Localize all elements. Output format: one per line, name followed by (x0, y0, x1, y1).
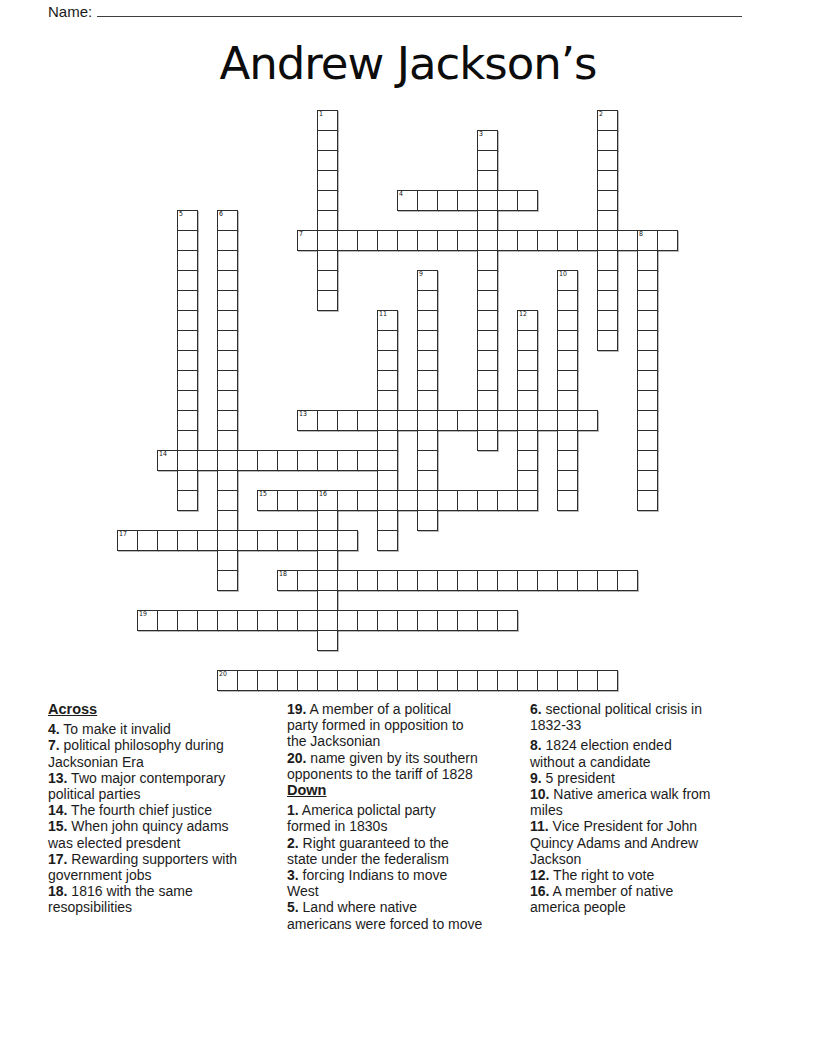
grid-cell[interactable] (477, 190, 498, 211)
grid-cell[interactable] (197, 530, 218, 551)
grid-cell[interactable] (377, 570, 398, 591)
cell-number: 12 (519, 311, 527, 317)
clue-19-across: 19. A member of a politicalparty formed … (287, 701, 529, 750)
grid-cell[interactable] (317, 550, 338, 571)
grid-cell[interactable] (297, 490, 318, 511)
grid-cell[interactable] (517, 410, 538, 431)
grid-cell[interactable] (417, 310, 438, 331)
grid-cell[interactable] (637, 470, 658, 491)
grid-cell[interactable] (337, 410, 358, 431)
grid-cell[interactable] (477, 270, 498, 291)
grid-cell[interactable] (617, 230, 638, 251)
grid-cell[interactable]: 11 (377, 310, 398, 331)
grid-cell[interactable] (477, 430, 498, 451)
grid-cell[interactable] (417, 410, 438, 431)
grid-cell[interactable] (377, 350, 398, 371)
grid-cell[interactable] (517, 450, 538, 471)
grid-cell[interactable] (477, 330, 498, 351)
grid-cell[interactable] (517, 350, 538, 371)
grid-cell[interactable] (217, 570, 238, 591)
cell-number: 4 (399, 191, 403, 197)
grid-cell[interactable] (157, 610, 178, 631)
grid-cell[interactable] (457, 570, 478, 591)
grid-cell[interactable] (357, 670, 378, 691)
grid-cell[interactable] (317, 130, 338, 151)
grid-cell[interactable] (217, 370, 238, 391)
grid-cell[interactable] (557, 450, 578, 471)
grid-cell[interactable] (337, 670, 358, 691)
grid-cell[interactable]: 19 (137, 610, 158, 631)
grid-cell[interactable] (417, 470, 438, 491)
grid-cell[interactable]: 10 (557, 270, 578, 291)
grid-cell[interactable] (177, 390, 198, 411)
grid-cell[interactable] (317, 210, 338, 231)
grid-cell[interactable] (317, 410, 338, 431)
grid-cell[interactable]: 7 (297, 230, 318, 251)
clue-5-down: 5. Land where nativeamericans were force… (287, 899, 529, 931)
clue-10-down: 10. Native america walk frommiles (530, 786, 772, 818)
clue-7-across: 7. political philosophy duringJacksonian… (48, 737, 286, 769)
grid-cell[interactable] (437, 190, 458, 211)
grid-cell[interactable] (577, 410, 598, 431)
grid-cell[interactable] (477, 610, 498, 631)
grid-cell[interactable] (317, 230, 338, 251)
grid-cell[interactable]: 13 (297, 410, 318, 431)
grid-cell[interactable] (277, 610, 298, 631)
clue-6-down: 6. sectional political crisis in1832-33 (530, 701, 772, 733)
grid-cell[interactable] (457, 670, 478, 691)
grid-cell[interactable] (237, 670, 258, 691)
grid-cell[interactable] (417, 230, 438, 251)
grid-cell[interactable] (317, 290, 338, 311)
grid-cell[interactable] (517, 490, 538, 511)
grid-cell[interactable] (477, 390, 498, 411)
page-title: Andrew Jackson’s (0, 36, 816, 92)
grid-cell[interactable]: 12 (517, 310, 538, 331)
grid-cell[interactable] (397, 670, 418, 691)
grid-cell[interactable] (517, 190, 538, 211)
grid-cell[interactable] (337, 570, 358, 591)
grid-cell[interactable] (497, 230, 518, 251)
grid-cell[interactable] (317, 270, 338, 291)
grid-cell[interactable] (497, 610, 518, 631)
grid-cell[interactable] (377, 450, 398, 471)
grid-cell[interactable] (637, 270, 658, 291)
grid-cell[interactable] (637, 410, 658, 431)
grid-cell[interactable] (557, 390, 578, 411)
grid-cell[interactable] (457, 490, 478, 511)
clue-13-across: 13. Two major contemporarypolitical part… (48, 770, 286, 802)
grid-cell[interactable] (297, 670, 318, 691)
grid-cell[interactable] (377, 610, 398, 631)
cell-number: 2 (599, 111, 603, 117)
grid-cell[interactable] (217, 450, 238, 471)
grid-cell[interactable] (317, 190, 338, 211)
grid-cell[interactable]: 15 (257, 490, 278, 511)
grid-cell[interactable] (177, 310, 198, 331)
grid-cell[interactable] (297, 530, 318, 551)
grid-cell[interactable] (357, 230, 378, 251)
grid-cell[interactable] (377, 490, 398, 511)
cell-number: 13 (299, 411, 307, 417)
clue-18-across: 18. 1816 with the sameresopsibilities (48, 883, 286, 915)
grid-cell[interactable] (177, 490, 198, 511)
grid-cell[interactable] (457, 230, 478, 251)
down-heading: Down (287, 782, 529, 798)
grid-cell[interactable] (397, 230, 418, 251)
grid-cell[interactable] (237, 530, 258, 551)
grid-cell[interactable] (557, 350, 578, 371)
grid-cell[interactable] (417, 610, 438, 631)
grid-cell[interactable] (537, 570, 558, 591)
grid-cell[interactable] (637, 290, 658, 311)
grid-cell[interactable]: 1 (317, 110, 338, 131)
grid-cell[interactable] (257, 670, 278, 691)
grid-cell[interactable] (597, 310, 618, 331)
grid-cell[interactable] (557, 310, 578, 331)
grid-cell[interactable]: 2 (597, 110, 618, 131)
grid-cell[interactable] (317, 630, 338, 651)
grid-cell[interactable] (637, 390, 658, 411)
grid-cell[interactable] (497, 190, 518, 211)
grid-cell[interactable] (537, 410, 558, 431)
grid-cell[interactable] (377, 230, 398, 251)
grid-cell[interactable] (177, 410, 198, 431)
grid-cell[interactable] (597, 230, 618, 251)
grid-cell[interactable] (217, 430, 238, 451)
clue-column-3: 6. sectional political crisis in1832-338… (530, 701, 772, 916)
grid-cell[interactable] (577, 670, 598, 691)
grid-cell[interactable] (477, 370, 498, 391)
grid-cell[interactable] (237, 450, 258, 471)
grid-cell[interactable] (217, 610, 238, 631)
grid-cell[interactable] (637, 310, 658, 331)
grid-cell[interactable] (317, 570, 338, 591)
grid-cell[interactable] (557, 230, 578, 251)
grid-cell[interactable] (597, 270, 618, 291)
grid-cell[interactable] (217, 330, 238, 351)
grid-cell[interactable] (597, 290, 618, 311)
grid-cell[interactable] (317, 150, 338, 171)
grid-cell[interactable] (377, 510, 398, 531)
grid-cell[interactable] (177, 250, 198, 271)
grid-cell[interactable] (317, 610, 338, 631)
grid-cell[interactable] (177, 290, 198, 311)
cell-number: 17 (119, 531, 127, 537)
grid-cell[interactable] (437, 670, 458, 691)
grid-cell[interactable] (177, 350, 198, 371)
grid-cell[interactable] (537, 670, 558, 691)
grid-cell[interactable] (217, 250, 238, 271)
grid-cell[interactable] (397, 490, 418, 511)
grid-cell[interactable] (417, 510, 438, 531)
grid-cell[interactable] (457, 410, 478, 431)
grid-cell[interactable] (597, 250, 618, 271)
grid-cell[interactable] (557, 490, 578, 511)
grid-cell[interactable]: 16 (317, 490, 338, 511)
grid-cell[interactable] (217, 550, 238, 571)
grid-cell[interactable] (237, 610, 258, 631)
clue-11-down: 11. Vice President for JohnQuincy Adams … (530, 818, 772, 867)
grid-cell[interactable] (557, 430, 578, 451)
grid-cell[interactable] (417, 430, 438, 451)
grid-cell[interactable] (637, 490, 658, 511)
clue-15-across: 15. When john quincy adamswas elected pr… (48, 818, 286, 850)
cell-number: 10 (559, 271, 567, 277)
grid-cell[interactable] (177, 530, 198, 551)
grid-cell[interactable] (337, 530, 358, 551)
grid-cell[interactable] (417, 350, 438, 371)
grid-cell[interactable] (537, 230, 558, 251)
clue-column-1: Across4. To make it invalid7. political … (48, 701, 286, 916)
grid-cell[interactable] (597, 190, 618, 211)
grid-cell[interactable] (377, 670, 398, 691)
grid-cell[interactable] (557, 370, 578, 391)
grid-cell[interactable] (557, 410, 578, 431)
clue-1-down: 1. America polictal partyformed in 1830s (287, 802, 529, 834)
grid-cell[interactable] (557, 470, 578, 491)
name-label: Name: (48, 3, 92, 20)
grid-cell[interactable] (417, 190, 438, 211)
grid-cell[interactable] (417, 330, 438, 351)
grid-cell[interactable] (257, 450, 278, 471)
grid-cell[interactable] (137, 530, 158, 551)
cell-number: 18 (279, 571, 287, 577)
cell-number: 9 (419, 271, 423, 277)
grid-cell[interactable] (637, 330, 658, 351)
grid-cell[interactable] (277, 490, 298, 511)
grid-cell[interactable] (437, 230, 458, 251)
grid-cell[interactable] (517, 470, 538, 491)
grid-cell[interactable] (437, 610, 458, 631)
grid-cell[interactable] (597, 330, 618, 351)
cell-number: 3 (479, 131, 483, 137)
grid-cell[interactable] (217, 310, 238, 331)
across-heading: Across (48, 701, 286, 717)
grid-cell[interactable] (377, 470, 398, 491)
grid-cell[interactable] (497, 490, 518, 511)
cell-number: 11 (379, 311, 387, 317)
grid-cell[interactable] (257, 530, 278, 551)
grid-cell[interactable] (337, 450, 358, 471)
grid-cell[interactable] (477, 290, 498, 311)
grid-cell[interactable] (217, 230, 238, 251)
grid-cell[interactable] (517, 230, 538, 251)
grid-cell[interactable] (177, 270, 198, 291)
grid-cell[interactable] (617, 570, 638, 591)
grid-cell[interactable] (297, 450, 318, 471)
name-blank-line[interactable] (97, 2, 742, 17)
cell-number: 19 (139, 611, 147, 617)
grid-cell[interactable] (177, 470, 198, 491)
clue-9-down: 9. 5 president (530, 770, 772, 786)
grid-cell[interactable] (277, 450, 298, 471)
grid-cell[interactable]: 6 (217, 210, 238, 231)
grid-cell[interactable] (657, 230, 678, 251)
grid-cell[interactable] (517, 570, 538, 591)
grid-cell[interactable] (497, 410, 518, 431)
grid-cell[interactable] (557, 290, 578, 311)
grid-cell[interactable] (497, 570, 518, 591)
grid-cell[interactable] (597, 150, 618, 171)
cell-number: 7 (299, 231, 303, 237)
cell-number: 6 (219, 211, 223, 217)
grid-cell[interactable] (637, 370, 658, 391)
grid-cell[interactable] (597, 570, 618, 591)
grid-cell[interactable] (477, 250, 498, 271)
grid-cell[interactable] (597, 130, 618, 151)
grid-cell[interactable] (177, 230, 198, 251)
grid-cell[interactable] (157, 530, 178, 551)
grid-cell[interactable] (577, 570, 598, 591)
grid-cell[interactable] (517, 670, 538, 691)
cell-number: 16 (319, 491, 327, 497)
grid-cell[interactable] (177, 610, 198, 631)
grid-cell[interactable] (317, 250, 338, 271)
grid-cell[interactable] (597, 170, 618, 191)
grid-cell[interactable] (437, 410, 458, 431)
grid-cell[interactable] (177, 430, 198, 451)
grid-cell[interactable] (357, 450, 378, 471)
grid-cell[interactable] (477, 670, 498, 691)
grid-cell[interactable]: 8 (637, 230, 658, 251)
grid-cell[interactable] (217, 530, 238, 551)
grid-cell[interactable] (597, 210, 618, 231)
grid-cell[interactable]: 18 (277, 570, 298, 591)
grid-cell[interactable] (317, 510, 338, 531)
grid-cell[interactable] (397, 610, 418, 631)
grid-cell[interactable] (517, 390, 538, 411)
grid-cell[interactable] (597, 670, 618, 691)
grid-cell[interactable] (297, 610, 318, 631)
grid-cell[interactable] (397, 570, 418, 591)
clue-column-2: 19. A member of a politicalparty formed … (287, 701, 529, 932)
grid-cell[interactable] (377, 530, 398, 551)
grid-cell[interactable] (177, 450, 198, 471)
grid-cell[interactable] (397, 410, 418, 431)
grid-cell[interactable] (317, 590, 338, 611)
grid-cell[interactable] (477, 350, 498, 371)
grid-cell[interactable]: 3 (477, 130, 498, 151)
grid-cell[interactable] (637, 450, 658, 471)
grid-cell[interactable] (637, 250, 658, 271)
grid-cell[interactable] (277, 670, 298, 691)
cell-number: 8 (639, 231, 643, 237)
grid-cell[interactable] (317, 530, 338, 551)
grid-cell[interactable]: 5 (177, 210, 198, 231)
grid-cell[interactable] (317, 670, 338, 691)
grid-cell[interactable] (417, 490, 438, 511)
grid-cell[interactable] (377, 430, 398, 451)
grid-cell[interactable]: 20 (217, 670, 238, 691)
grid-cell[interactable] (217, 270, 238, 291)
grid-cell[interactable] (417, 370, 438, 391)
grid-cell[interactable] (277, 530, 298, 551)
grid-cell[interactable] (437, 490, 458, 511)
grid-cell[interactable] (357, 570, 378, 591)
grid-cell[interactable] (477, 490, 498, 511)
grid-cell[interactable] (377, 370, 398, 391)
grid-cell[interactable] (477, 170, 498, 191)
grid-cell[interactable] (417, 390, 438, 411)
grid-cell[interactable] (177, 330, 198, 351)
grid-cell[interactable] (517, 430, 538, 451)
grid-cell[interactable]: 17 (117, 530, 138, 551)
grid-cell[interactable] (317, 170, 338, 191)
grid-cell[interactable] (177, 370, 198, 391)
grid-cell[interactable] (257, 610, 278, 631)
grid-cell[interactable] (217, 410, 238, 431)
grid-cell[interactable] (217, 490, 238, 511)
grid-cell[interactable] (317, 450, 338, 471)
grid-cell[interactable] (477, 150, 498, 171)
clue-16-down: 16. A member of nativeamerica people (530, 883, 772, 915)
grid-cell[interactable] (477, 230, 498, 251)
cell-number: 15 (259, 491, 267, 497)
grid-cell[interactable] (557, 670, 578, 691)
grid-cell[interactable] (637, 350, 658, 371)
grid-cell[interactable] (637, 430, 658, 451)
grid-cell[interactable] (217, 470, 238, 491)
clue-17-across: 17. Rewarding supporters withgovernment … (48, 851, 286, 883)
grid-cell[interactable] (337, 490, 358, 511)
clue-4-across: 4. To make it invalid (48, 721, 286, 737)
grid-cell[interactable] (497, 670, 518, 691)
grid-cell[interactable] (477, 570, 498, 591)
grid-cell[interactable] (197, 610, 218, 631)
grid-cell[interactable]: 14 (157, 450, 178, 471)
grid-cell[interactable] (217, 510, 238, 531)
clue-12-down: 12. The right to vote (530, 867, 772, 883)
crossword-grid: 1234567891011121314151617181920 (117, 110, 678, 691)
grid-cell[interactable] (437, 570, 458, 591)
grid-cell[interactable] (377, 390, 398, 411)
clue-14-across: 14. The fourth chief justice (48, 802, 286, 818)
grid-cell[interactable] (577, 230, 598, 251)
grid-cell[interactable] (217, 290, 238, 311)
grid-cell[interactable] (217, 390, 238, 411)
grid-cell[interactable] (377, 330, 398, 351)
grid-cell[interactable] (457, 190, 478, 211)
grid-cell[interactable] (417, 450, 438, 471)
grid-cell[interactable] (477, 210, 498, 231)
grid-cell[interactable] (357, 610, 378, 631)
clue-3-down: 3. forcing Indians to moveWest (287, 867, 529, 899)
grid-cell[interactable] (517, 330, 538, 351)
grid-cell[interactable] (217, 350, 238, 371)
grid-cell[interactable] (337, 230, 358, 251)
grid-cell[interactable] (477, 410, 498, 431)
clue-2-down: 2. Right guaranteed to thestate under th… (287, 835, 529, 867)
cell-number: 1 (319, 111, 323, 117)
grid-cell[interactable] (197, 450, 218, 471)
grid-cell[interactable] (557, 570, 578, 591)
grid-cell[interactable] (477, 310, 498, 331)
grid-cell[interactable] (417, 290, 438, 311)
grid-cell[interactable] (377, 410, 398, 431)
grid-cell[interactable]: 9 (417, 270, 438, 291)
grid-cell[interactable] (417, 570, 438, 591)
grid-cell[interactable] (557, 330, 578, 351)
grid-cell[interactable] (357, 490, 378, 511)
grid-cell[interactable] (417, 670, 438, 691)
grid-cell[interactable]: 4 (397, 190, 418, 211)
grid-cell[interactable] (357, 410, 378, 431)
grid-cell[interactable] (517, 370, 538, 391)
grid-cell[interactable] (297, 570, 318, 591)
grid-cell[interactable] (337, 610, 358, 631)
grid-cell[interactable] (457, 610, 478, 631)
